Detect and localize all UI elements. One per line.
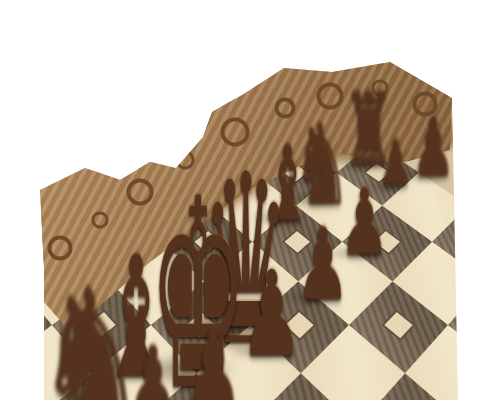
pieces-layer: ♜♟♟♞♝♟♟♛♟♝♚♟♟♞ [0,0,500,400]
piece-pawn-e7[interactable]: ♟ [240,255,297,373]
piece-knight-g8[interactable]: ♞ [35,262,137,400]
piece-pawn-a7[interactable]: ♟ [412,108,450,188]
piece-pawn-f7[interactable]: ♟ [183,313,237,400]
chess-set-photo: ♜♟♟♞♝♟♟♛♟♝♚♟♟♞ [0,0,500,400]
